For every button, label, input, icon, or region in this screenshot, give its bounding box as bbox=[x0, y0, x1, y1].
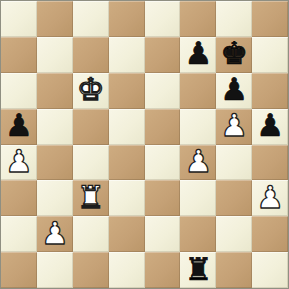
square-a2[interactable] bbox=[1, 216, 37, 252]
square-b8[interactable] bbox=[37, 1, 73, 37]
square-a1[interactable] bbox=[1, 252, 37, 288]
square-g5[interactable]: ♟ bbox=[216, 109, 252, 145]
white-rook-icon[interactable]: ♜ bbox=[73, 180, 109, 216]
square-h1[interactable] bbox=[252, 252, 288, 288]
square-d7[interactable] bbox=[109, 37, 145, 73]
square-a8[interactable] bbox=[1, 1, 37, 37]
black-king-icon[interactable]: ♚ bbox=[216, 37, 252, 73]
square-c8[interactable] bbox=[73, 1, 109, 37]
square-h3[interactable]: ♟ bbox=[252, 180, 288, 216]
square-a6[interactable] bbox=[1, 73, 37, 109]
square-h8[interactable] bbox=[252, 1, 288, 37]
black-pawn-icon[interactable]: ♟ bbox=[1, 109, 37, 145]
black-pawn-icon[interactable]: ♟ bbox=[180, 37, 216, 73]
square-d6[interactable] bbox=[109, 73, 145, 109]
white-pawn-icon[interactable]: ♟ bbox=[1, 145, 37, 181]
square-b3[interactable] bbox=[37, 180, 73, 216]
square-d1[interactable] bbox=[109, 252, 145, 288]
square-c3[interactable]: ♜ bbox=[73, 180, 109, 216]
square-g8[interactable] bbox=[216, 1, 252, 37]
square-g2[interactable] bbox=[216, 216, 252, 252]
square-f6[interactable] bbox=[180, 73, 216, 109]
square-e7[interactable] bbox=[145, 37, 181, 73]
square-a5[interactable]: ♟ bbox=[1, 109, 37, 145]
black-pawn-icon[interactable]: ♟ bbox=[216, 73, 252, 109]
square-c7[interactable] bbox=[73, 37, 109, 73]
square-f5[interactable] bbox=[180, 109, 216, 145]
white-pawn-icon[interactable]: ♟ bbox=[216, 109, 252, 145]
square-c6[interactable]: ♚ bbox=[73, 73, 109, 109]
square-e6[interactable] bbox=[145, 73, 181, 109]
square-b1[interactable] bbox=[37, 252, 73, 288]
square-d8[interactable] bbox=[109, 1, 145, 37]
square-g4[interactable] bbox=[216, 145, 252, 181]
square-a4[interactable]: ♟ bbox=[1, 145, 37, 181]
square-g6[interactable]: ♟ bbox=[216, 73, 252, 109]
square-g1[interactable] bbox=[216, 252, 252, 288]
white-king-icon[interactable]: ♚ bbox=[73, 73, 109, 109]
square-b6[interactable] bbox=[37, 73, 73, 109]
square-h5[interactable]: ♟ bbox=[252, 109, 288, 145]
square-e4[interactable] bbox=[145, 145, 181, 181]
square-h7[interactable] bbox=[252, 37, 288, 73]
square-a7[interactable] bbox=[1, 37, 37, 73]
square-d5[interactable] bbox=[109, 109, 145, 145]
square-f2[interactable] bbox=[180, 216, 216, 252]
square-c4[interactable] bbox=[73, 145, 109, 181]
white-pawn-icon[interactable]: ♟ bbox=[252, 180, 288, 216]
square-f3[interactable] bbox=[180, 180, 216, 216]
square-e1[interactable] bbox=[145, 252, 181, 288]
square-e8[interactable] bbox=[145, 1, 181, 37]
square-e5[interactable] bbox=[145, 109, 181, 145]
square-b4[interactable] bbox=[37, 145, 73, 181]
square-d4[interactable] bbox=[109, 145, 145, 181]
square-b2[interactable]: ♟ bbox=[37, 216, 73, 252]
square-b5[interactable] bbox=[37, 109, 73, 145]
square-b7[interactable] bbox=[37, 37, 73, 73]
square-h2[interactable] bbox=[252, 216, 288, 252]
square-h4[interactable] bbox=[252, 145, 288, 181]
square-d3[interactable] bbox=[109, 180, 145, 216]
square-c5[interactable] bbox=[73, 109, 109, 145]
chess-board: ♟♚♚♟♟♟♟♟♟♜♟♟♜ bbox=[0, 0, 289, 289]
square-f4[interactable]: ♟ bbox=[180, 145, 216, 181]
white-pawn-icon[interactable]: ♟ bbox=[37, 216, 73, 252]
square-f8[interactable] bbox=[180, 1, 216, 37]
square-d2[interactable] bbox=[109, 216, 145, 252]
square-c2[interactable] bbox=[73, 216, 109, 252]
square-a3[interactable] bbox=[1, 180, 37, 216]
square-g7[interactable]: ♚ bbox=[216, 37, 252, 73]
black-rook-icon[interactable]: ♜ bbox=[180, 252, 216, 288]
square-g3[interactable] bbox=[216, 180, 252, 216]
white-pawn-icon[interactable]: ♟ bbox=[180, 145, 216, 181]
square-e3[interactable] bbox=[145, 180, 181, 216]
black-pawn-icon[interactable]: ♟ bbox=[252, 109, 288, 145]
square-f1[interactable]: ♜ bbox=[180, 252, 216, 288]
square-e2[interactable] bbox=[145, 216, 181, 252]
square-c1[interactable] bbox=[73, 252, 109, 288]
square-h6[interactable] bbox=[252, 73, 288, 109]
square-f7[interactable]: ♟ bbox=[180, 37, 216, 73]
